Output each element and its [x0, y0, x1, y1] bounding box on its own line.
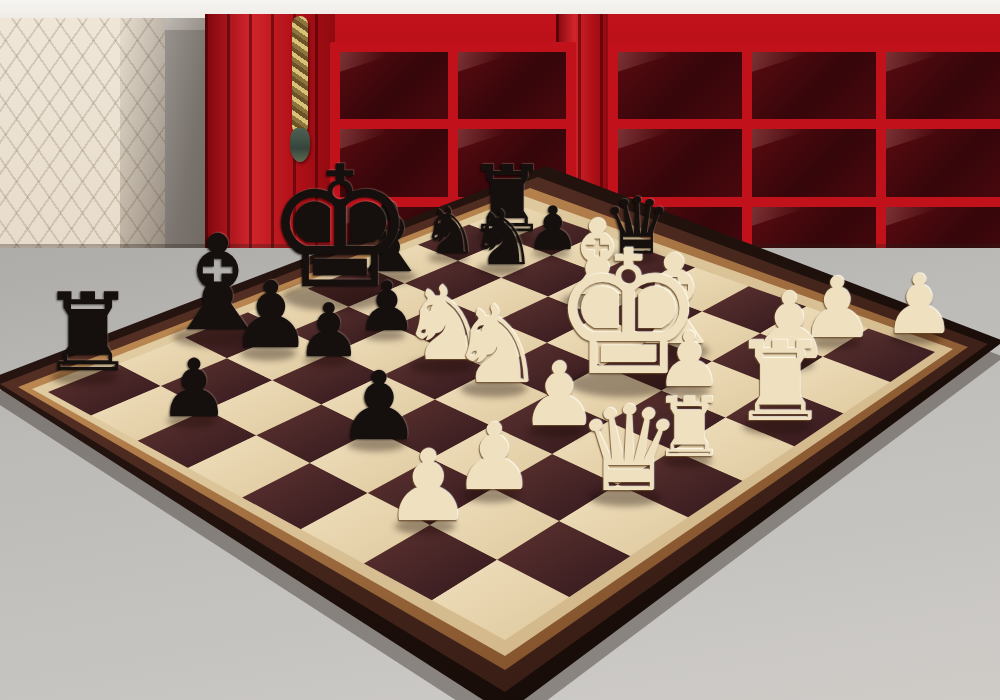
piece-white-queen-e2[interactable]: ♛ — [576, 393, 682, 505]
piece-white-rook-c2[interactable]: ♜ — [731, 329, 830, 434]
photo-scene: { "game": "chess", "position": { "fen": … — [0, 0, 1000, 700]
piece-white-pawn-g3[interactable]: ♟ — [384, 440, 472, 533]
piece-black-pawn-g7[interactable]: ♟ — [158, 351, 230, 427]
piece-white-pawn-a2[interactable]: ♟ — [882, 266, 956, 344]
piece-black-rook-h8[interactable]: ♜ — [40, 282, 137, 385]
